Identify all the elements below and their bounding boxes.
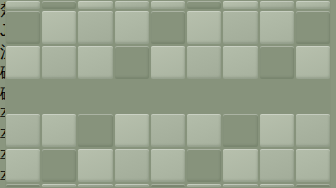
- board-tile: [6, 149, 40, 182]
- board-tile: [223, 11, 257, 44]
- board-tile: [151, 114, 185, 147]
- board-tile: [260, 149, 294, 182]
- board-tile: [78, 1, 112, 9]
- board-tile: [260, 1, 294, 9]
- board-tile: [78, 11, 112, 44]
- xiangqi-game-screen: 楚河 JJ象棋 汉界 砲砲卒卒卒卒卒兵兵兵兵兵炮炮: [0, 0, 336, 188]
- board-tile: [296, 46, 330, 79]
- board-tile: [187, 1, 221, 9]
- board-tile: [115, 1, 149, 9]
- board-tile: [115, 114, 149, 147]
- board-tile: [296, 1, 330, 9]
- xiangqi-board[interactable]: [5, 0, 331, 188]
- board-tile: [187, 46, 221, 79]
- board-tile: [42, 46, 76, 79]
- board-tile: [6, 11, 40, 44]
- board-tile: [296, 184, 330, 187]
- board-tile: [42, 1, 76, 9]
- board-tile: [78, 184, 112, 187]
- board-tile: [78, 46, 112, 79]
- board-tile: [151, 46, 185, 79]
- board-tile: [42, 11, 76, 44]
- board-tile: [115, 184, 149, 187]
- board-tile: [78, 114, 112, 147]
- board-tile: [187, 114, 221, 147]
- board-tile: [187, 11, 221, 44]
- board-tile: [223, 46, 257, 79]
- board-tile: [115, 149, 149, 182]
- board-tile: [187, 184, 221, 187]
- board-tile: [223, 184, 257, 187]
- board-tile: [260, 11, 294, 44]
- board-tile: [260, 46, 294, 79]
- board-tile: [151, 11, 185, 44]
- board-tile: [151, 1, 185, 9]
- board-tile: [296, 149, 330, 182]
- board-tile: [223, 149, 257, 182]
- board-tile: [6, 46, 40, 79]
- board-tile: [260, 184, 294, 187]
- board-tile: [42, 184, 76, 187]
- board-tile: [6, 184, 40, 187]
- board-tile: [187, 149, 221, 182]
- board-tile: [260, 114, 294, 147]
- board-tile: [223, 114, 257, 147]
- board-tile: [42, 114, 76, 147]
- board-tile: [78, 149, 112, 182]
- board-tile: [296, 11, 330, 44]
- board-tile: [115, 46, 149, 79]
- board-tile: [6, 114, 40, 147]
- board-tile: [151, 184, 185, 187]
- board-tile: [115, 11, 149, 44]
- board-tile: [223, 1, 257, 9]
- board-tile: [42, 149, 76, 182]
- board-tile: [6, 1, 40, 9]
- board-tile: [151, 149, 185, 182]
- board-tile: [296, 114, 330, 147]
